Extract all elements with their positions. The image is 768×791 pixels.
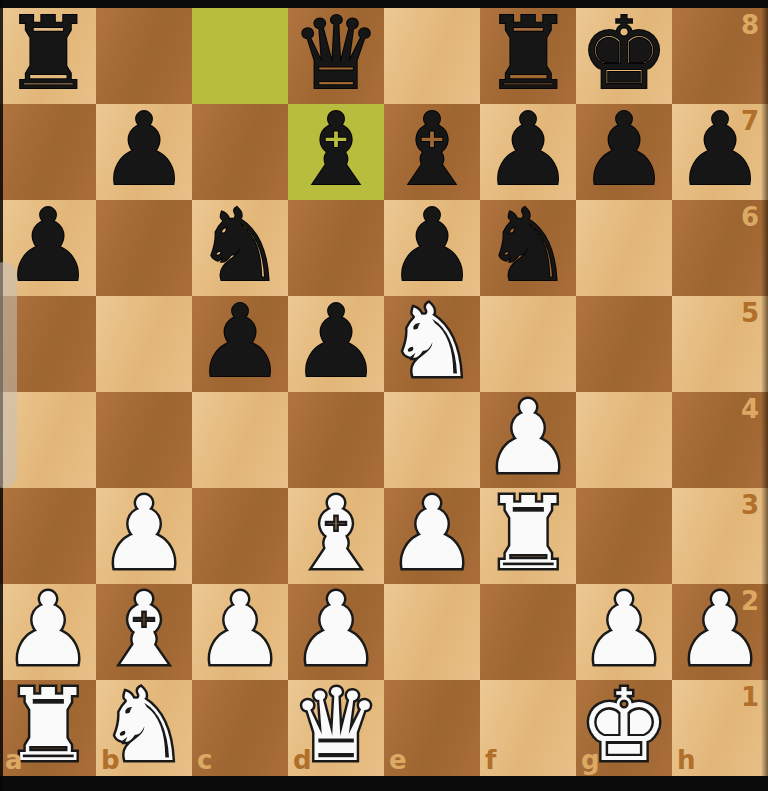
black-king[interactable]: ♚ bbox=[579, 6, 669, 102]
square-e3[interactable]: ♟ bbox=[384, 488, 480, 584]
scrollbar-thumb[interactable] bbox=[0, 262, 17, 488]
square-e4[interactable] bbox=[384, 392, 480, 488]
square-h5[interactable]: 5 bbox=[672, 296, 768, 392]
square-b6[interactable] bbox=[96, 200, 192, 296]
square-d3[interactable]: ♝ bbox=[288, 488, 384, 584]
square-a1[interactable]: ♜a bbox=[0, 680, 96, 776]
square-d5[interactable]: ♟ bbox=[288, 296, 384, 392]
square-g1[interactable]: ♚g bbox=[576, 680, 672, 776]
black-pawn[interactable]: ♟ bbox=[483, 102, 573, 198]
rank-label-5: 5 bbox=[741, 300, 759, 326]
square-e2[interactable] bbox=[384, 584, 480, 680]
white-pawn[interactable]: ♟ bbox=[99, 486, 189, 582]
square-f6[interactable]: ♞ bbox=[480, 200, 576, 296]
square-d4[interactable] bbox=[288, 392, 384, 488]
black-pawn[interactable]: ♟ bbox=[99, 102, 189, 198]
square-e7[interactable]: ♝ bbox=[384, 104, 480, 200]
black-pawn[interactable]: ♟ bbox=[387, 198, 477, 294]
square-e1[interactable]: e bbox=[384, 680, 480, 776]
file-label-a: a bbox=[5, 747, 23, 773]
rank-label-7: 7 bbox=[741, 108, 759, 134]
black-rook[interactable]: ♜ bbox=[3, 6, 93, 102]
square-b4[interactable] bbox=[96, 392, 192, 488]
white-pawn[interactable]: ♟ bbox=[579, 582, 669, 678]
black-pawn[interactable]: ♟ bbox=[579, 102, 669, 198]
square-a7[interactable] bbox=[0, 104, 96, 200]
square-c5[interactable]: ♟ bbox=[192, 296, 288, 392]
square-e5[interactable]: ♞ bbox=[384, 296, 480, 392]
square-c6[interactable]: ♞ bbox=[192, 200, 288, 296]
white-rook[interactable]: ♜ bbox=[483, 486, 573, 582]
square-a8[interactable]: ♜ bbox=[0, 8, 96, 104]
square-b5[interactable] bbox=[96, 296, 192, 392]
white-pawn[interactable]: ♟ bbox=[483, 390, 573, 486]
square-c2[interactable]: ♟ bbox=[192, 584, 288, 680]
square-h6[interactable]: 6 bbox=[672, 200, 768, 296]
square-h7[interactable]: ♟7 bbox=[672, 104, 768, 200]
square-h2[interactable]: ♟2 bbox=[672, 584, 768, 680]
chess-board[interactable]: ♜♛♜♚8♟♝♝♟♟♟7♟♞♟♞6♟♟♞5♟4♟♝♟♜3♟♝♟♟♟♟2♜a♞bc… bbox=[0, 8, 768, 776]
square-h3[interactable]: 3 bbox=[672, 488, 768, 584]
square-e6[interactable]: ♟ bbox=[384, 200, 480, 296]
black-rook[interactable]: ♜ bbox=[483, 6, 573, 102]
square-b3[interactable]: ♟ bbox=[96, 488, 192, 584]
square-c1[interactable]: c bbox=[192, 680, 288, 776]
square-g5[interactable] bbox=[576, 296, 672, 392]
square-c3[interactable] bbox=[192, 488, 288, 584]
square-b8[interactable] bbox=[96, 8, 192, 104]
square-f7[interactable]: ♟ bbox=[480, 104, 576, 200]
square-g2[interactable]: ♟ bbox=[576, 584, 672, 680]
square-c8[interactable] bbox=[192, 8, 288, 104]
square-d6[interactable] bbox=[288, 200, 384, 296]
square-h1[interactable]: 1h bbox=[672, 680, 768, 776]
black-knight[interactable]: ♞ bbox=[195, 198, 285, 294]
square-c4[interactable] bbox=[192, 392, 288, 488]
square-a3[interactable] bbox=[0, 488, 96, 584]
file-label-c: c bbox=[197, 747, 212, 773]
rank-label-2: 2 bbox=[741, 588, 759, 614]
square-d8[interactable]: ♛ bbox=[288, 8, 384, 104]
bottom-black-bar bbox=[0, 776, 768, 791]
file-label-d: d bbox=[293, 747, 312, 773]
square-f2[interactable] bbox=[480, 584, 576, 680]
white-bishop[interactable]: ♝ bbox=[99, 582, 189, 678]
square-a2[interactable]: ♟ bbox=[0, 584, 96, 680]
white-pawn[interactable]: ♟ bbox=[195, 582, 285, 678]
square-f1[interactable]: f bbox=[480, 680, 576, 776]
white-pawn[interactable]: ♟ bbox=[291, 582, 381, 678]
square-e8[interactable] bbox=[384, 8, 480, 104]
square-f4[interactable]: ♟ bbox=[480, 392, 576, 488]
square-d1[interactable]: ♛d bbox=[288, 680, 384, 776]
square-c7[interactable] bbox=[192, 104, 288, 200]
black-pawn[interactable]: ♟ bbox=[195, 294, 285, 390]
square-g4[interactable] bbox=[576, 392, 672, 488]
square-f5[interactable] bbox=[480, 296, 576, 392]
square-b1[interactable]: ♞b bbox=[96, 680, 192, 776]
file-label-e: e bbox=[389, 747, 407, 773]
square-g6[interactable] bbox=[576, 200, 672, 296]
square-f3[interactable]: ♜ bbox=[480, 488, 576, 584]
rank-label-1: 1 bbox=[741, 684, 759, 710]
square-f8[interactable]: ♜ bbox=[480, 8, 576, 104]
right-edge-shade bbox=[761, 8, 768, 776]
square-h4[interactable]: 4 bbox=[672, 392, 768, 488]
square-b7[interactable]: ♟ bbox=[96, 104, 192, 200]
white-pawn[interactable]: ♟ bbox=[3, 582, 93, 678]
rank-label-3: 3 bbox=[741, 492, 759, 518]
square-d7[interactable]: ♝ bbox=[288, 104, 384, 200]
white-bishop[interactable]: ♝ bbox=[291, 486, 381, 582]
chess-app-screen: ♜♛♜♚8♟♝♝♟♟♟7♟♞♟♞6♟♟♞5♟4♟♝♟♜3♟♝♟♟♟♟2♜a♞bc… bbox=[0, 0, 768, 791]
square-g7[interactable]: ♟ bbox=[576, 104, 672, 200]
black-knight[interactable]: ♞ bbox=[483, 198, 573, 294]
rank-label-4: 4 bbox=[741, 396, 759, 422]
square-g3[interactable] bbox=[576, 488, 672, 584]
white-knight[interactable]: ♞ bbox=[387, 294, 477, 390]
file-label-b: b bbox=[101, 747, 120, 773]
square-g8[interactable]: ♚ bbox=[576, 8, 672, 104]
file-label-f: f bbox=[485, 747, 496, 773]
file-label-g: g bbox=[581, 747, 600, 773]
rank-label-6: 6 bbox=[741, 204, 759, 230]
black-bishop[interactable]: ♝ bbox=[387, 102, 477, 198]
rank-label-8: 8 bbox=[741, 12, 759, 38]
square-b2[interactable]: ♝ bbox=[96, 584, 192, 680]
black-queen[interactable]: ♛ bbox=[291, 6, 381, 102]
black-bishop[interactable]: ♝ bbox=[291, 102, 381, 198]
square-h8[interactable]: 8 bbox=[672, 8, 768, 104]
black-pawn[interactable]: ♟ bbox=[291, 294, 381, 390]
white-pawn[interactable]: ♟ bbox=[387, 486, 477, 582]
square-d2[interactable]: ♟ bbox=[288, 584, 384, 680]
file-label-h: h bbox=[677, 747, 696, 773]
